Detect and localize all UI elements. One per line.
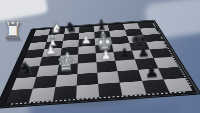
square-d6: ♟	[78, 38, 95, 46]
square-f4: ♟	[114, 51, 135, 61]
square-e1	[98, 82, 122, 97]
piece-black-knight: ♞	[17, 59, 34, 78]
square-d2	[77, 72, 99, 85]
piece-black-knight: ♞	[64, 20, 77, 34]
square-c8: ♞	[64, 27, 79, 34]
piece-black-pawn: ♟	[137, 45, 150, 59]
square-d5	[78, 45, 96, 54]
square-e3	[97, 61, 118, 72]
piece-white-pawn: ♟	[99, 48, 112, 62]
captured-white-rook: ♜	[2, 19, 24, 43]
square-d1	[76, 84, 99, 99]
chess-set-photo: ♜ ♞♞♝♝♟♝♟♚♚♟♟♟♟♞♛♟	[0, 0, 200, 113]
piece-black-pawn: ♟	[118, 46, 131, 60]
square-a1	[6, 88, 33, 103]
piece-black-pawn: ♟	[144, 64, 159, 80]
square-c3: ♛	[57, 64, 78, 76]
piece-white-pawn: ♟	[81, 34, 93, 47]
piece-white-queen: ♛	[56, 53, 76, 75]
